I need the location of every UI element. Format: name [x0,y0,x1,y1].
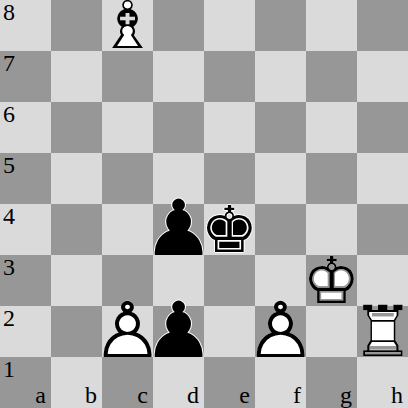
file-label-g: g [340,383,352,407]
square-a3[interactable]: 3 [0,255,51,306]
square-b6[interactable] [51,102,102,153]
square-g5[interactable] [306,153,357,204]
square-h8[interactable] [357,0,408,51]
square-f2[interactable]: ♙ [255,306,306,357]
square-f5[interactable] [255,153,306,204]
square-e1[interactable]: e [204,357,255,408]
square-a6[interactable]: 6 [0,102,51,153]
square-a2[interactable]: 2 [0,306,51,357]
square-c1[interactable]: c [102,357,153,408]
square-h2[interactable]: ♖ [357,306,408,357]
square-h4[interactable] [357,204,408,255]
square-b4[interactable] [51,204,102,255]
square-g6[interactable] [306,102,357,153]
square-e8[interactable] [204,0,255,51]
file-label-b: b [85,383,97,407]
square-e7[interactable] [204,51,255,102]
square-d4[interactable]: ♟ [153,204,204,255]
piece-white-bishop[interactable]: ♗ [98,0,157,59]
rank-label-6: 6 [3,102,15,127]
square-b8[interactable] [51,0,102,51]
square-a5[interactable]: 5 [0,153,51,204]
file-label-h: h [391,383,403,407]
square-d1[interactable]: d [153,357,204,408]
square-c7[interactable] [102,51,153,102]
square-e4[interactable]: ♚ [204,204,255,255]
rank-label-4: 4 [3,204,15,229]
square-g7[interactable] [306,51,357,102]
square-g8[interactable] [306,0,357,51]
file-label-a: a [35,383,46,407]
square-h5[interactable] [357,153,408,204]
square-d7[interactable] [153,51,204,102]
square-f8[interactable] [255,0,306,51]
file-label-e: e [239,383,250,407]
square-a1[interactable]: 1a [0,357,51,408]
square-f6[interactable] [255,102,306,153]
square-d8[interactable] [153,0,204,51]
square-b7[interactable] [51,51,102,102]
rank-label-3: 3 [3,255,15,280]
square-b1[interactable]: b [51,357,102,408]
square-f1[interactable]: f [255,357,306,408]
square-h6[interactable] [357,102,408,153]
square-c8[interactable]: ♗ [102,0,153,51]
square-a7[interactable]: 7 [0,51,51,102]
square-g2[interactable] [306,306,357,357]
square-h1[interactable]: h [357,357,408,408]
square-g1[interactable]: g [306,357,357,408]
file-label-c: c [137,383,148,407]
rank-label-5: 5 [3,153,15,178]
rank-label-1: 1 [3,357,15,382]
square-a8[interactable]: 8 [0,0,51,51]
rank-label-7: 7 [3,51,15,76]
square-h7[interactable] [357,51,408,102]
file-label-f: f [293,383,301,407]
square-d6[interactable] [153,102,204,153]
square-c6[interactable] [102,102,153,153]
square-d2[interactable]: ♟ [153,306,204,357]
square-e6[interactable] [204,102,255,153]
piece-black-king[interactable]: ♚ [201,198,258,262]
file-label-d: d [187,383,199,407]
piece-white-rook[interactable]: ♖ [351,297,408,367]
square-f7[interactable] [255,51,306,102]
rank-label-8: 8 [3,0,15,25]
chess-board: 8♗7654♟♚3♔2♙♟♙♖1abcdefgh [0,0,408,408]
square-b5[interactable] [51,153,102,204]
square-f4[interactable] [255,204,306,255]
rank-label-2: 2 [3,306,15,331]
square-a4[interactable]: 4 [0,204,51,255]
